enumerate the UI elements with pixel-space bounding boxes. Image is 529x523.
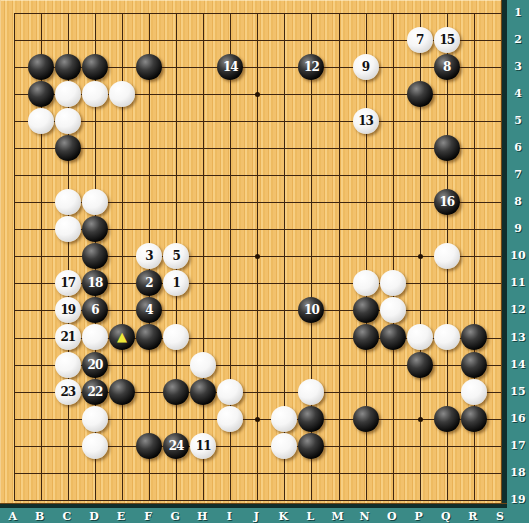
intersection: 2	[136, 270, 163, 297]
intersection	[433, 324, 460, 351]
move-number-label: 5	[172, 250, 179, 262]
coord-label-column: R	[468, 510, 477, 523]
stone-white[interactable]	[353, 270, 379, 296]
intersection: 19	[54, 297, 81, 324]
stone-white[interactable]	[55, 108, 81, 134]
coord-label-column: F	[144, 510, 152, 523]
stone-black[interactable]	[353, 406, 379, 432]
coord-label-row: 11	[510, 276, 525, 289]
stone-black[interactable]	[82, 216, 108, 242]
stone-black[interactable]	[28, 54, 54, 80]
move-number-label: 18	[88, 277, 103, 289]
coord-label-column: P	[415, 510, 423, 523]
coord-label-row: 18	[510, 465, 525, 478]
stone-white[interactable]	[380, 270, 406, 296]
coord-label-row: 7	[514, 168, 522, 181]
move-number-label: 10	[304, 304, 319, 316]
stone-black[interactable]	[353, 297, 379, 323]
intersection	[352, 405, 379, 432]
move-number-label: 4	[145, 304, 152, 316]
intersection: 9	[352, 53, 379, 80]
stone-white[interactable]: 15	[434, 27, 460, 53]
stone-white[interactable]: 1	[163, 270, 189, 296]
stone-black[interactable]	[28, 81, 54, 107]
intersection	[163, 378, 190, 405]
intersection	[433, 243, 460, 270]
stone-white[interactable]	[461, 379, 487, 405]
intersection	[54, 135, 81, 162]
stone-white[interactable]	[434, 324, 460, 350]
stone-white[interactable]	[271, 406, 297, 432]
intersection	[433, 405, 460, 432]
move-number-label: 12	[304, 61, 319, 73]
stone-black[interactable]	[136, 324, 162, 350]
coord-label-column: H	[197, 510, 207, 523]
stone-white[interactable]: 7	[407, 27, 433, 53]
move-number-label: 24	[169, 440, 184, 452]
coord-label-column: N	[360, 510, 370, 523]
stone-white[interactable]	[55, 81, 81, 107]
intersection	[352, 270, 379, 297]
stone-white[interactable]: 13	[353, 108, 379, 134]
stone-black[interactable]	[109, 379, 135, 405]
intersection	[217, 405, 244, 432]
move-number-label: 9	[362, 61, 369, 73]
coord-label-row: 10	[510, 249, 525, 262]
stone-black[interactable]	[434, 406, 460, 432]
coord-label-column: B	[35, 510, 44, 523]
intersection	[379, 324, 406, 351]
coord-label-row: 17	[510, 438, 525, 451]
row-coordinates-bar: 12345678910111213141516171819	[507, 0, 529, 523]
stone-black[interactable]: ▲	[109, 324, 135, 350]
stone-white[interactable]: 5	[163, 243, 189, 269]
coord-label-column: C	[62, 510, 71, 523]
intersection: 16	[433, 189, 460, 216]
coord-label-row: 5	[514, 113, 522, 126]
intersection: 12	[298, 53, 325, 80]
column-coordinates-bar: ABCDEFGHIJKLMNOPQRS	[0, 508, 529, 523]
move-number-label: 1	[172, 277, 179, 289]
coord-label-row: 13	[510, 330, 525, 343]
stone-white[interactable]: 19	[55, 297, 81, 323]
intersection	[54, 351, 81, 378]
intersection: 14	[217, 53, 244, 80]
stone-white[interactable]	[434, 243, 460, 269]
stone-black[interactable]: 14	[217, 54, 243, 80]
move-number-label: 7	[416, 34, 423, 46]
move-number-label: 19	[61, 304, 76, 316]
intersection: 20	[81, 351, 108, 378]
stone-black[interactable]: 22	[82, 379, 108, 405]
stone-black[interactable]: 2	[136, 270, 162, 296]
coord-label-row: 1	[514, 5, 522, 18]
intersection	[298, 432, 325, 459]
stone-white[interactable]	[298, 379, 324, 405]
intersection	[271, 432, 298, 459]
intersection	[27, 80, 54, 107]
intersection	[460, 378, 487, 405]
intersection	[136, 53, 163, 80]
intersection: 13	[352, 107, 379, 134]
intersection	[81, 53, 108, 80]
intersection	[136, 324, 163, 351]
stone-black[interactable]: 20	[82, 352, 108, 378]
intersection	[460, 405, 487, 432]
intersection	[81, 243, 108, 270]
stone-black[interactable]	[55, 54, 81, 80]
coord-label-column: D	[89, 510, 99, 523]
intersection	[352, 297, 379, 324]
move-number-label: 14	[223, 61, 238, 73]
move-number-label: 11	[196, 440, 211, 452]
intersection	[406, 80, 433, 107]
intersection	[81, 324, 108, 351]
stone-white[interactable]	[109, 81, 135, 107]
intersection: 8	[433, 53, 460, 80]
coord-label-row: 3	[514, 59, 522, 72]
intersection	[54, 107, 81, 134]
move-number-label: 15	[439, 34, 454, 46]
stone-black[interactable]	[461, 352, 487, 378]
intersection	[81, 189, 108, 216]
coord-label-row: 14	[510, 357, 525, 370]
coord-label-column: G	[170, 510, 179, 523]
move-number-label: 17	[61, 277, 76, 289]
coord-label-column: I	[227, 510, 232, 523]
intersection	[298, 378, 325, 405]
stone-white[interactable]	[55, 189, 81, 215]
go-board[interactable]: 71514129813163517182119641021▲2023222411	[0, 0, 501, 503]
intersection	[81, 432, 108, 459]
move-number-label: 22	[88, 386, 103, 398]
move-number-label: 6	[91, 304, 98, 316]
coord-label-row: 9	[514, 222, 522, 235]
stone-black[interactable]	[407, 81, 433, 107]
stone-black[interactable]: 24	[163, 433, 189, 459]
intersection	[217, 378, 244, 405]
stone-black[interactable]: 4	[136, 297, 162, 323]
intersection	[136, 432, 163, 459]
intersection: 10	[298, 297, 325, 324]
intersection: 4	[136, 297, 163, 324]
stone-black[interactable]: 12	[298, 54, 324, 80]
stone-black[interactable]	[407, 352, 433, 378]
stone-black[interactable]	[461, 324, 487, 350]
coord-label-column: S	[496, 510, 504, 523]
coord-label-row: 16	[510, 411, 525, 424]
stone-white[interactable]: 23	[55, 379, 81, 405]
intersection: 15	[433, 26, 460, 53]
intersection: ▲	[108, 324, 135, 351]
move-number-label: 13	[358, 115, 373, 127]
intersection	[460, 351, 487, 378]
stone-black[interactable]	[163, 379, 189, 405]
move-number-label: 16	[439, 196, 454, 208]
stone-white[interactable]: 21	[55, 324, 81, 350]
coord-label-row: 12	[510, 303, 525, 316]
stone-black[interactable]	[380, 324, 406, 350]
stone-white[interactable]: 9	[353, 54, 379, 80]
intersection	[81, 405, 108, 432]
intersection	[406, 324, 433, 351]
intersection	[54, 53, 81, 80]
goban-window: 71514129813163517182119641021▲2023222411…	[0, 0, 529, 523]
move-number-label: 20	[88, 359, 103, 371]
stone-black[interactable]	[353, 324, 379, 350]
stone-black[interactable]	[190, 379, 216, 405]
intersection	[406, 351, 433, 378]
coord-label-column: Q	[441, 510, 451, 523]
stone-black[interactable]: 16	[434, 189, 460, 215]
intersection	[54, 216, 81, 243]
intersection	[352, 324, 379, 351]
move-number-label: 8	[443, 61, 450, 73]
stone-white[interactable]	[82, 406, 108, 432]
intersection: 5	[163, 243, 190, 270]
intersection	[163, 324, 190, 351]
stone-white[interactable]	[163, 324, 189, 350]
intersection	[298, 405, 325, 432]
coord-label-column: O	[387, 510, 397, 523]
stone-black[interactable]	[82, 243, 108, 269]
stone-white[interactable]: 17	[55, 270, 81, 296]
stone-white[interactable]	[82, 189, 108, 215]
coord-label-column: E	[117, 510, 125, 523]
coord-label-column: M	[331, 510, 343, 523]
stone-white[interactable]	[82, 433, 108, 459]
intersection: 3	[136, 243, 163, 270]
intersection	[108, 378, 135, 405]
intersection	[379, 297, 406, 324]
stone-white[interactable]	[217, 406, 243, 432]
intersection: 11	[190, 432, 217, 459]
intersection	[379, 270, 406, 297]
intersection	[190, 351, 217, 378]
stone-black[interactable]: 10	[298, 297, 324, 323]
stone-white[interactable]	[28, 108, 54, 134]
coord-label-column: A	[8, 510, 17, 523]
coord-label-row: 2	[514, 32, 522, 45]
intersection: 7	[406, 26, 433, 53]
intersection	[27, 53, 54, 80]
intersection	[460, 324, 487, 351]
move-number-label: 3	[145, 250, 152, 262]
move-number-label: 2	[145, 277, 152, 289]
move-number-label: 23	[61, 386, 76, 398]
stone-white[interactable]: 3	[136, 243, 162, 269]
intersection	[54, 189, 81, 216]
stone-black[interactable]	[298, 433, 324, 459]
intersection: 24	[163, 432, 190, 459]
stone-white[interactable]	[271, 433, 297, 459]
stone-white[interactable]	[82, 324, 108, 350]
intersection	[108, 80, 135, 107]
intersection: 22	[81, 378, 108, 405]
intersection	[27, 107, 54, 134]
stone-black[interactable]	[298, 406, 324, 432]
coord-label-column: K	[279, 510, 289, 523]
coord-label-row: 19	[510, 492, 525, 505]
stone-white[interactable]	[407, 324, 433, 350]
intersection: 21	[54, 324, 81, 351]
coord-label-row: 6	[514, 141, 522, 154]
board-grid: 71514129813163517182119641021▲2023222411	[0, 0, 501, 503]
stone-white[interactable]: 11	[190, 433, 216, 459]
intersection: 1	[163, 270, 190, 297]
intersection	[433, 135, 460, 162]
coord-label-row: 8	[514, 195, 522, 208]
stone-white[interactable]	[55, 216, 81, 242]
intersection	[81, 216, 108, 243]
stone-black[interactable]	[136, 54, 162, 80]
stone-white[interactable]	[190, 352, 216, 378]
intersection: 6	[81, 297, 108, 324]
stone-black[interactable]	[82, 54, 108, 80]
coord-label-column: L	[307, 510, 315, 523]
intersection: 17	[54, 270, 81, 297]
stone-black[interactable]: 18	[82, 270, 108, 296]
intersection: 23	[54, 378, 81, 405]
stone-white[interactable]	[55, 352, 81, 378]
coord-label-row: 4	[514, 86, 522, 99]
stone-black[interactable]	[434, 135, 460, 161]
intersection	[54, 80, 81, 107]
stone-white[interactable]	[82, 81, 108, 107]
stone-black[interactable]: 6	[82, 297, 108, 323]
coord-label-column: J	[254, 510, 259, 523]
stone-black[interactable]: 8	[434, 54, 460, 80]
stone-black[interactable]	[461, 406, 487, 432]
stone-white[interactable]	[380, 297, 406, 323]
intersection	[271, 405, 298, 432]
move-number-label: 21	[61, 331, 76, 343]
triangle-marker-icon: ▲	[117, 330, 127, 343]
coord-label-row: 15	[510, 384, 525, 397]
stone-white[interactable]	[217, 379, 243, 405]
stone-black[interactable]	[55, 135, 81, 161]
stone-black[interactable]	[136, 433, 162, 459]
intersection: 18	[81, 270, 108, 297]
intersection	[190, 378, 217, 405]
intersection	[81, 80, 108, 107]
